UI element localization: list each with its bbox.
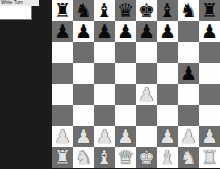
square-b3[interactable] [73, 105, 94, 126]
black-pawn: ♟ [117, 21, 134, 42]
black-knight: ♞ [180, 0, 197, 21]
square-c2[interactable]: ♟ [94, 126, 115, 147]
white-knight: ♞ [180, 147, 197, 168]
white-pawn: ♟ [75, 126, 92, 147]
square-a1[interactable]: ♜ [52, 147, 73, 168]
square-c4[interactable] [94, 84, 115, 105]
square-a2[interactable]: ♟ [52, 126, 73, 147]
square-d7[interactable]: ♟ [115, 21, 136, 42]
square-d3[interactable] [115, 105, 136, 126]
chess-board: ♜♞♝♛♚♝♞♜♟♟♟♟♟♟♟♟♟♟♟♟♟♟♟♟♜♞♝♛♚♝♞♜ [52, 0, 220, 168]
square-e6[interactable] [136, 42, 157, 63]
square-a4[interactable] [52, 84, 73, 105]
square-b1[interactable]: ♞ [73, 147, 94, 168]
square-a8[interactable]: ♜ [52, 0, 73, 21]
square-a3[interactable] [52, 105, 73, 126]
square-g3[interactable] [178, 105, 199, 126]
square-g4[interactable] [178, 84, 199, 105]
square-e8[interactable]: ♚ [136, 0, 157, 21]
white-bishop: ♝ [96, 147, 113, 168]
square-d1[interactable]: ♛ [115, 147, 136, 168]
white-rook: ♜ [201, 147, 218, 168]
white-pawn: ♟ [180, 126, 197, 147]
square-e3[interactable] [136, 105, 157, 126]
square-f8[interactable]: ♝ [157, 0, 178, 21]
black-bishop: ♝ [159, 0, 176, 21]
black-pawn: ♟ [75, 21, 92, 42]
white-knight: ♞ [75, 147, 92, 168]
square-g5[interactable]: ♟ [178, 63, 199, 84]
square-e5[interactable] [136, 63, 157, 84]
square-e2[interactable] [136, 126, 157, 147]
square-b5[interactable] [73, 63, 94, 84]
square-d4[interactable] [115, 84, 136, 105]
square-b7[interactable]: ♟ [73, 21, 94, 42]
black-pawn: ♟ [96, 21, 113, 42]
square-d8[interactable]: ♛ [115, 0, 136, 21]
white-queen: ♛ [117, 147, 134, 168]
square-g8[interactable]: ♞ [178, 0, 199, 21]
square-c1[interactable]: ♝ [94, 147, 115, 168]
black-bishop: ♝ [96, 0, 113, 21]
square-c3[interactable] [94, 105, 115, 126]
black-king: ♚ [138, 0, 155, 21]
square-d2[interactable]: ♟ [115, 126, 136, 147]
black-queen: ♛ [117, 0, 134, 21]
white-pawn: ♟ [138, 84, 155, 105]
square-f5[interactable] [157, 63, 178, 84]
black-rook: ♜ [54, 0, 71, 21]
square-g7[interactable] [178, 21, 199, 42]
black-pawn: ♟ [180, 63, 197, 84]
square-a7[interactable]: ♟ [52, 21, 73, 42]
black-pawn: ♟ [201, 21, 218, 42]
square-c5[interactable] [94, 63, 115, 84]
black-pawn: ♟ [159, 21, 176, 42]
square-h6[interactable] [199, 42, 220, 63]
move-list-box [0, 6, 32, 20]
square-e4[interactable]: ♟ [136, 84, 157, 105]
black-pawn: ♟ [138, 21, 155, 42]
white-rook: ♜ [54, 147, 71, 168]
square-h7[interactable]: ♟ [199, 21, 220, 42]
square-b6[interactable] [73, 42, 94, 63]
square-g6[interactable] [178, 42, 199, 63]
square-h8[interactable]: ♜ [199, 0, 220, 21]
white-bishop: ♝ [159, 147, 176, 168]
square-f7[interactable]: ♟ [157, 21, 178, 42]
square-b8[interactable]: ♞ [73, 0, 94, 21]
square-a5[interactable] [52, 63, 73, 84]
square-b2[interactable]: ♟ [73, 126, 94, 147]
white-pawn: ♟ [96, 126, 113, 147]
square-d5[interactable] [115, 63, 136, 84]
square-h5[interactable] [199, 63, 220, 84]
square-a6[interactable] [52, 42, 73, 63]
square-h2[interactable]: ♟ [199, 126, 220, 147]
square-g1[interactable]: ♞ [178, 147, 199, 168]
white-pawn: ♟ [201, 126, 218, 147]
side-panel: White Turn [0, 0, 52, 169]
black-rook: ♜ [201, 0, 218, 21]
square-f6[interactable] [157, 42, 178, 63]
square-g2[interactable]: ♟ [178, 126, 199, 147]
square-e1[interactable]: ♚ [136, 147, 157, 168]
square-h4[interactable] [199, 84, 220, 105]
square-c7[interactable]: ♟ [94, 21, 115, 42]
square-b4[interactable] [73, 84, 94, 105]
square-f3[interactable] [157, 105, 178, 126]
square-h1[interactable]: ♜ [199, 147, 220, 168]
square-h3[interactable] [199, 105, 220, 126]
square-e7[interactable]: ♟ [136, 21, 157, 42]
black-knight: ♞ [75, 0, 92, 21]
square-f4[interactable] [157, 84, 178, 105]
white-king: ♚ [138, 147, 155, 168]
white-pawn: ♟ [117, 126, 134, 147]
square-f2[interactable]: ♟ [157, 126, 178, 147]
white-pawn: ♟ [54, 126, 71, 147]
square-f1[interactable]: ♝ [157, 147, 178, 168]
black-pawn: ♟ [54, 21, 71, 42]
square-c6[interactable] [94, 42, 115, 63]
square-d6[interactable] [115, 42, 136, 63]
white-pawn: ♟ [159, 126, 176, 147]
square-c8[interactable]: ♝ [94, 0, 115, 21]
